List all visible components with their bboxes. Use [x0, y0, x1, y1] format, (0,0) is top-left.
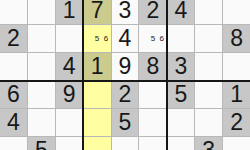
cell-r4c3[interactable]: 9	[56, 81, 83, 108]
cell-r4c4[interactable]	[84, 81, 111, 108]
pencil-marks: 56	[139, 25, 166, 52]
given-digit: 7	[91, 0, 104, 22]
pencil-digit-1	[139, 25, 148, 34]
given-digit: 5	[119, 111, 132, 134]
cell-r3c4[interactable]: 1	[84, 53, 111, 80]
cell-r6c7[interactable]	[167, 137, 194, 150]
entered-digit: 9	[119, 55, 132, 78]
pencil-digit-7	[139, 43, 148, 52]
cell-r3c1[interactable]	[0, 53, 27, 80]
cell-r3c3[interactable]: 4	[56, 53, 83, 80]
cell-r1c4[interactable]: 7	[84, 0, 111, 24]
cell-r5c8[interactable]	[195, 109, 222, 136]
cell-r6c8[interactable]: 3	[195, 137, 222, 150]
cell-r4c7[interactable]: 5	[167, 81, 194, 108]
cell-r1c2[interactable]	[28, 0, 55, 24]
cell-r5c5[interactable]: 5	[112, 109, 139, 136]
cell-r4c9[interactable]: 1	[223, 81, 250, 108]
cell-r1c9[interactable]	[223, 0, 250, 24]
cell-r6c4[interactable]	[84, 137, 111, 150]
given-digit: 5	[35, 139, 48, 150]
cell-r5c1[interactable]: 4	[0, 109, 27, 136]
cell-r6c9[interactable]	[223, 137, 250, 150]
cell-r5c3[interactable]	[56, 109, 83, 136]
cell-r5c6[interactable]	[139, 109, 166, 136]
cell-r6c6[interactable]	[139, 137, 166, 150]
pencil-digit-5: 5	[148, 34, 157, 43]
given-digit: 4	[174, 0, 187, 22]
box-line-vertical-2	[166, 0, 168, 150]
cell-r4c1[interactable]: 6	[0, 81, 27, 108]
pencil-digit-6: 6	[102, 34, 111, 43]
cell-r2c8[interactable]	[195, 25, 222, 52]
sudoku-board: 173242564568419836925145253	[0, 0, 250, 150]
cell-r2c3[interactable]	[56, 25, 83, 52]
cell-r3c9[interactable]	[223, 53, 250, 80]
pencil-digit-8	[93, 43, 102, 52]
given-digit: 8	[146, 55, 159, 78]
cell-r2c5[interactable]: 4	[112, 25, 139, 52]
cell-r1c5[interactable]: 3	[112, 0, 139, 24]
pencil-digit-4	[84, 34, 93, 43]
cell-r2c9[interactable]: 8	[223, 25, 250, 52]
pencil-digit-4	[139, 34, 148, 43]
cell-r4c6[interactable]	[139, 81, 166, 108]
given-digit: 2	[146, 0, 159, 22]
cell-r6c2[interactable]: 5	[28, 137, 55, 150]
cell-r2c7[interactable]	[167, 25, 194, 52]
given-digit: 4	[63, 55, 76, 78]
cell-r3c6[interactable]: 8	[139, 53, 166, 80]
given-digit: 4	[7, 111, 20, 134]
pencil-digit-8	[148, 43, 157, 52]
cell-r5c4[interactable]	[84, 109, 111, 136]
cell-r6c1[interactable]	[0, 137, 27, 150]
given-digit: 3	[202, 139, 215, 150]
pencil-digit-6: 6	[157, 34, 166, 43]
given-digit: 5	[174, 83, 187, 106]
cell-r2c1[interactable]: 2	[0, 25, 27, 52]
cell-r1c1[interactable]	[0, 0, 27, 24]
sudoku-screen: 173242564568419836925145253	[0, 0, 250, 150]
cell-r4c2[interactable]	[28, 81, 55, 108]
given-digit: 1	[63, 0, 76, 22]
given-digit: 8	[230, 27, 243, 50]
given-digit: 3	[174, 55, 187, 78]
cell-r1c8[interactable]	[195, 0, 222, 24]
pencil-digit-1	[84, 25, 93, 34]
box-line-vertical-1	[82, 0, 84, 150]
given-digit: 1	[230, 83, 243, 106]
cell-r6c3[interactable]	[56, 137, 83, 150]
pencil-digit-7	[84, 43, 93, 52]
pencil-digit-9	[157, 43, 166, 52]
cell-r3c7[interactable]: 3	[167, 53, 194, 80]
pencil-digit-5: 5	[93, 34, 102, 43]
given-digit: 2	[230, 111, 243, 134]
cell-r3c2[interactable]	[28, 53, 55, 80]
given-digit: 9	[63, 83, 76, 106]
cell-r5c7[interactable]	[167, 109, 194, 136]
entered-digit: 4	[119, 27, 132, 50]
cell-r3c8[interactable]	[195, 53, 222, 80]
cell-r5c2[interactable]	[28, 109, 55, 136]
given-digit: 2	[119, 83, 132, 106]
cell-r4c5[interactable]: 2	[112, 81, 139, 108]
cell-r1c3[interactable]: 1	[56, 0, 83, 24]
given-digit: 6	[7, 83, 20, 106]
cell-r1c6[interactable]: 2	[139, 0, 166, 24]
cell-r2c4[interactable]: 56	[84, 25, 111, 52]
pencil-digit-9	[102, 43, 111, 52]
cell-r2c2[interactable]	[28, 25, 55, 52]
cell-r2c6[interactable]: 56	[139, 25, 166, 52]
pencil-marks: 56	[84, 25, 111, 52]
cell-r5c9[interactable]: 2	[223, 109, 250, 136]
entered-digit: 3	[119, 0, 132, 22]
cell-r4c8[interactable]	[195, 81, 222, 108]
box-line-horizontal-1	[0, 80, 250, 82]
given-digit: 2	[7, 27, 20, 50]
given-digit: 1	[91, 55, 104, 78]
cell-r1c7[interactable]: 4	[167, 0, 194, 24]
cell-r3c5[interactable]: 9	[112, 53, 139, 80]
cell-r6c5[interactable]	[112, 137, 139, 150]
